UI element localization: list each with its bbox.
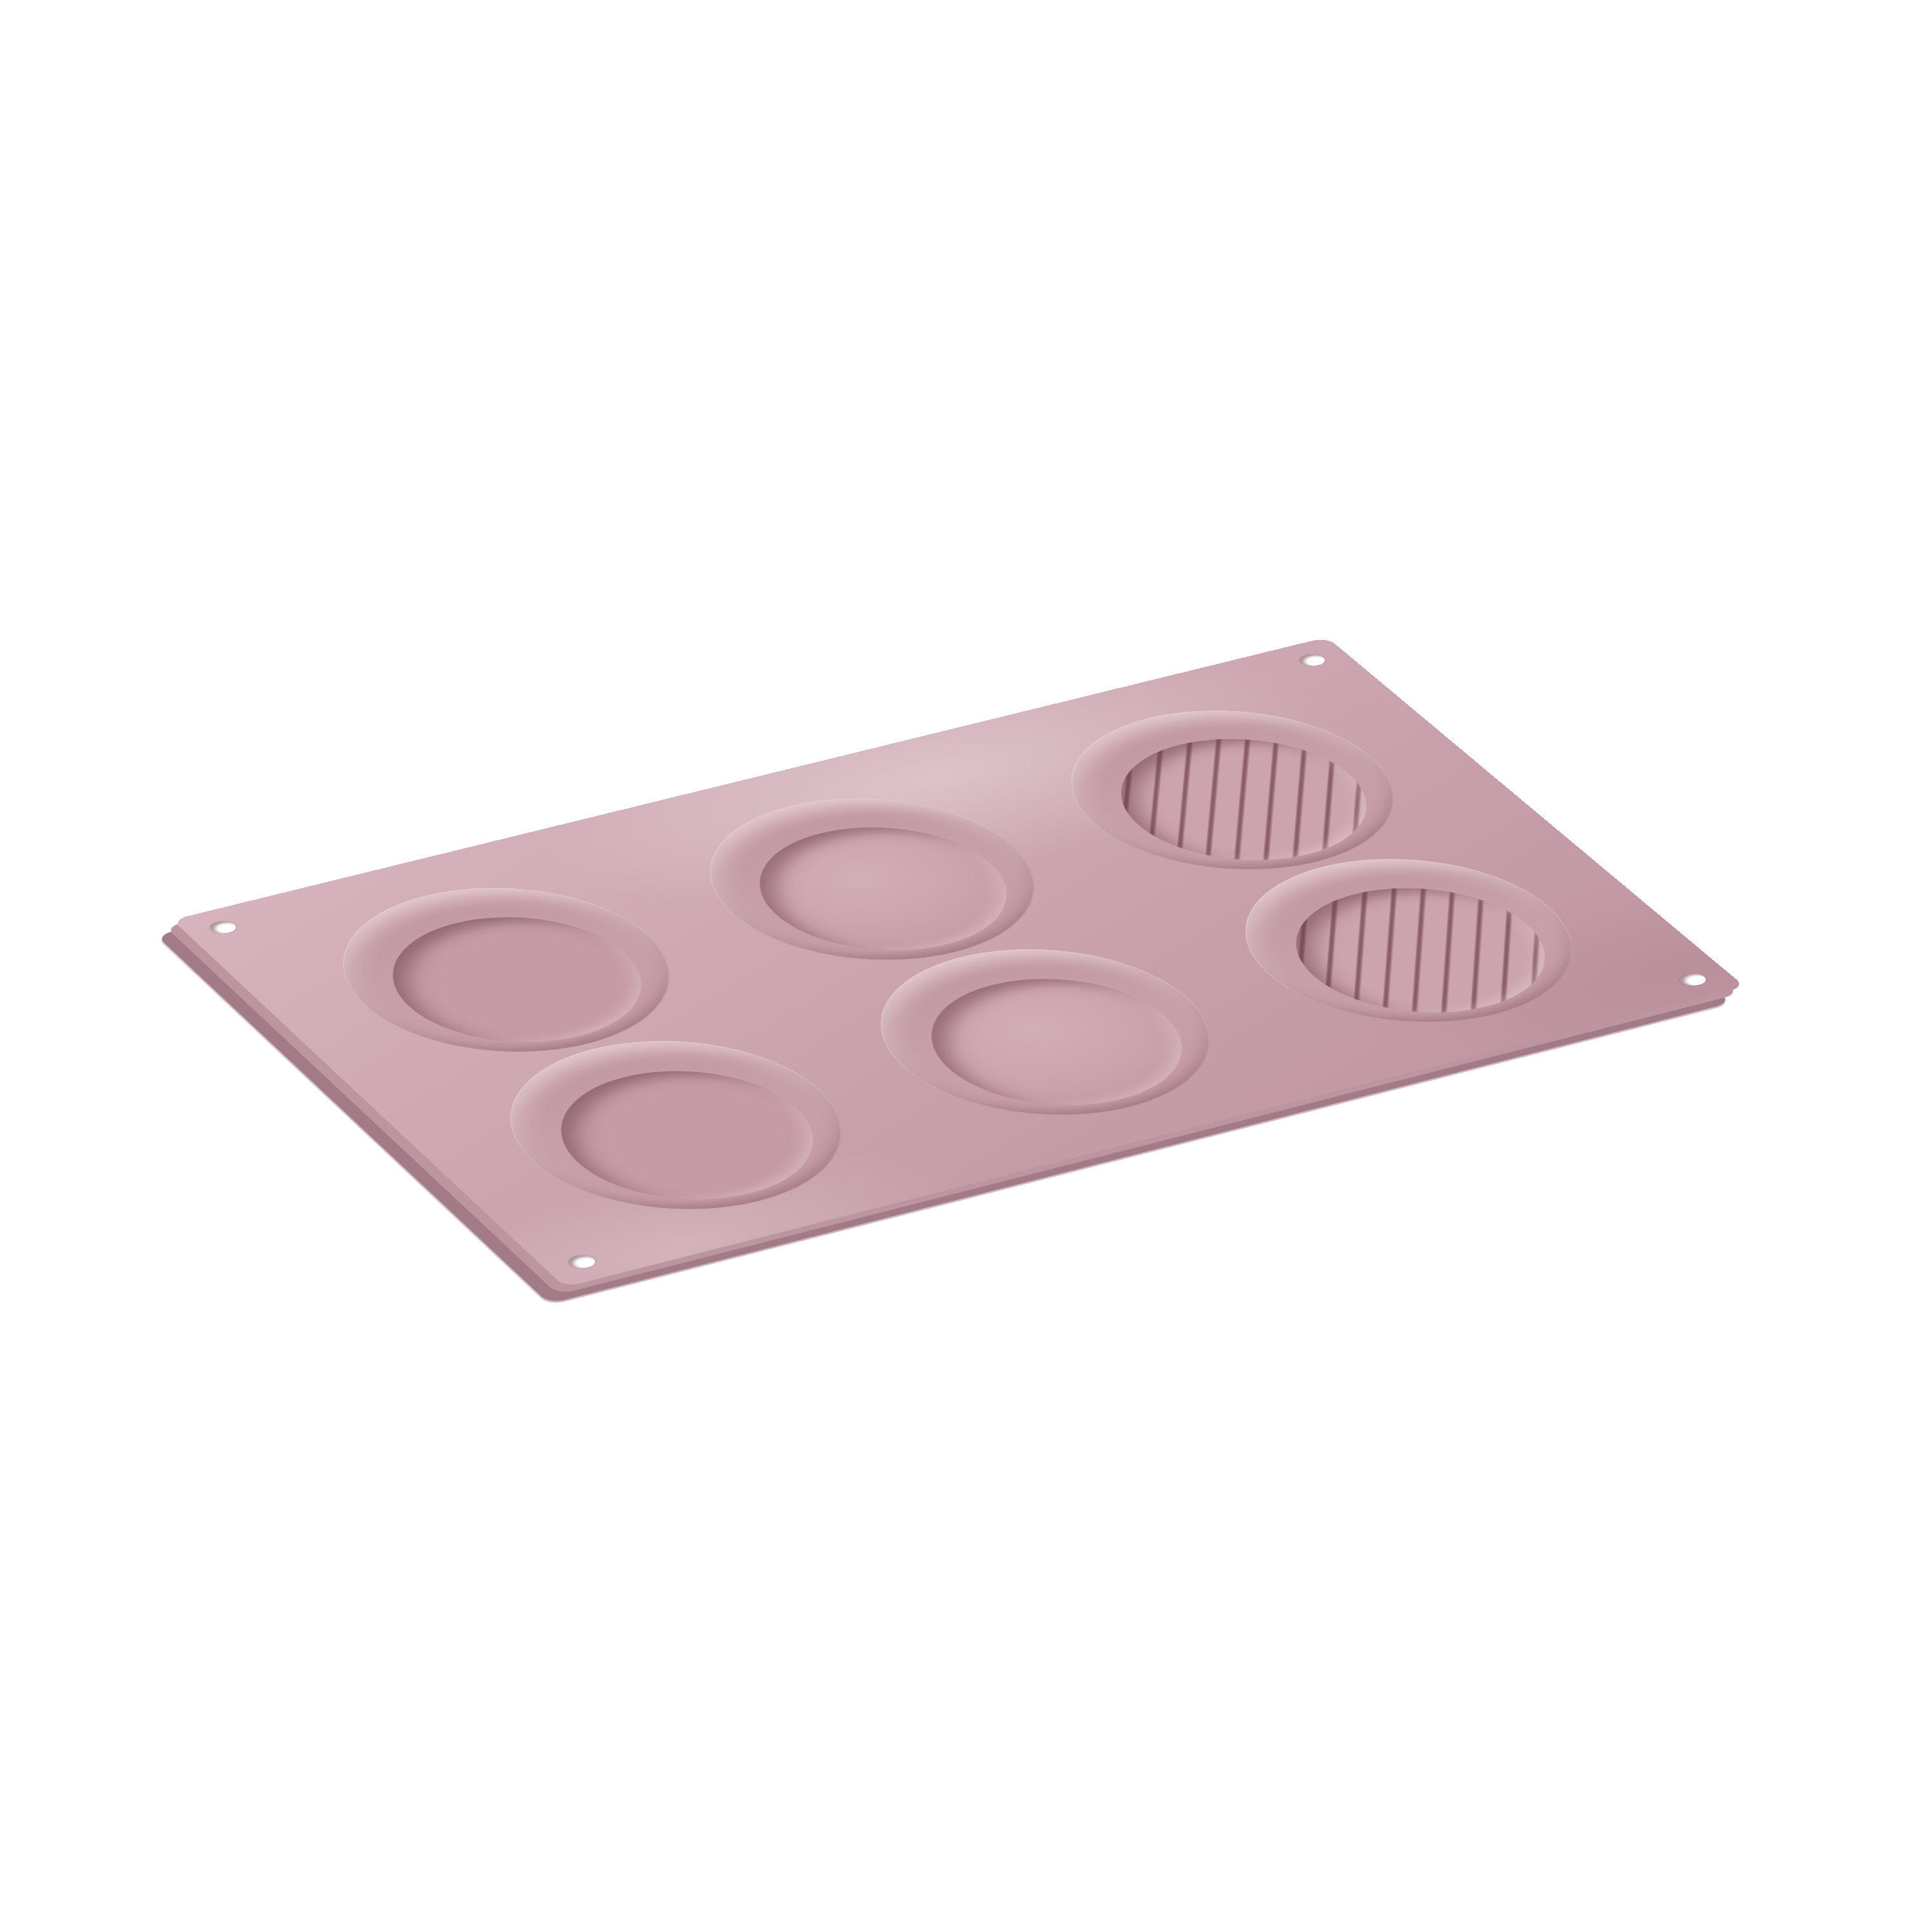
- smooth-floor: [885, 958, 1228, 1126]
- hanging-hole-west-corner: [206, 919, 240, 935]
- smooth-floor: [714, 807, 1052, 971]
- fish-scale-texture-floor: [515, 1050, 860, 1220]
- ribbed-groove-floor: [1075, 719, 1413, 881]
- product-photo-background: [0, 0, 1932, 1932]
- hanging-hole-north-corner: [1295, 653, 1329, 668]
- hanging-hole-south-corner: [564, 1253, 599, 1270]
- ribbed-groove-floor: [1249, 868, 1592, 1033]
- fish-scale-texture-floor: [348, 897, 687, 1063]
- silicone-mold-plate: [172, 637, 1745, 1288]
- hanging-hole-east-corner: [1676, 971, 1711, 988]
